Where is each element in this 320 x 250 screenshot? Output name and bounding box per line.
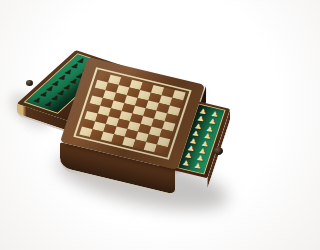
white-piece: ♟: [191, 161, 204, 170]
chess-box-photo: ♟♟♟♟♟♟♟♟♟♟♟♟♟♟♟♟ ♟♟♟♟♟♟♟♟♟♟♟♟♟♟♟♟: [0, 0, 250, 250]
black-piece: ♟: [40, 100, 58, 109]
left-drawer-knob: [26, 80, 33, 86]
right-drawer-knob: [214, 147, 223, 155]
board-square: [154, 145, 167, 155]
board-inlay-line: [73, 67, 191, 159]
chess-board: [79, 72, 185, 155]
